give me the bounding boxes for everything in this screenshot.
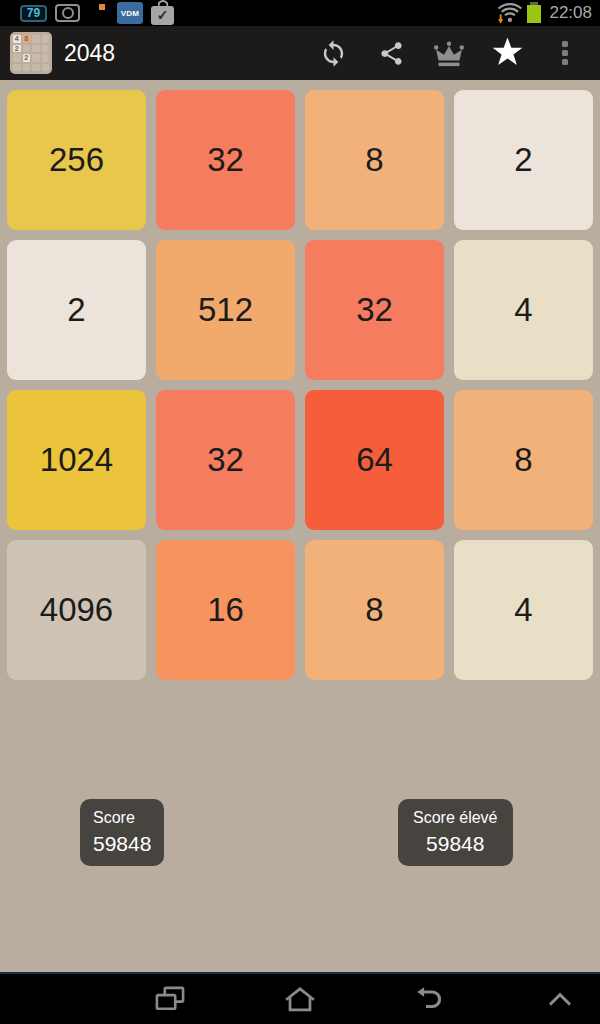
mini-cell-empty (32, 35, 40, 43)
mini-cell-empty (42, 64, 50, 72)
overflow-menu-button[interactable] (536, 26, 594, 80)
tile-16: 16 (156, 540, 295, 680)
crown-icon (431, 37, 467, 69)
back-icon (414, 984, 446, 1014)
status-system-icons: 22:08 (496, 1, 592, 25)
app-icon-grid[interactable]: 4822 (10, 32, 52, 74)
tile-4: 4 (454, 540, 593, 680)
mini-tile-8: 8 (23, 35, 31, 43)
collapse-button[interactable] (530, 975, 590, 1023)
share-button[interactable] (362, 26, 420, 80)
action-bar-buttons (304, 26, 594, 80)
tile-1024: 1024 (7, 390, 146, 530)
status-clock: 22:08 (549, 3, 592, 23)
mini-cell-empty (23, 45, 31, 53)
restart-sync-icon (319, 39, 348, 68)
status-notification-icons: 79 VDM (20, 2, 174, 25)
restart-button[interactable] (304, 26, 362, 80)
tile-64: 64 (305, 390, 444, 530)
tile-2: 2 (454, 90, 593, 230)
mini-cell-empty (42, 45, 50, 53)
app-bar: 4822 2048 (0, 26, 600, 80)
nav-bar (0, 972, 600, 1024)
mini-tile-2: 2 (13, 45, 21, 53)
status-bar[interactable]: 79 VDM 22:08 (0, 0, 600, 26)
leaderboard-button[interactable] (420, 26, 478, 80)
mini-cell-empty (13, 64, 21, 72)
tile-512: 512 (156, 240, 295, 380)
tile-32: 32 (156, 90, 295, 230)
score-value: 59848 (93, 831, 151, 857)
mini-cell-empty (32, 64, 40, 72)
star-icon (490, 36, 525, 70)
mini-cell-empty (32, 45, 40, 53)
tile-4: 4 (454, 240, 593, 380)
battery-icon (527, 5, 541, 23)
screen: 79 VDM 22:08 4822 2048 (0, 0, 600, 1024)
mini-tile-2: 2 (23, 54, 31, 62)
best-score-badge: Score élevé 59848 (398, 799, 513, 866)
app-title: 2048 (64, 40, 115, 67)
tile-8: 8 (454, 390, 593, 530)
tile-2: 2 (7, 240, 146, 380)
home-icon (283, 984, 317, 1014)
back-button[interactable] (400, 975, 460, 1023)
overflow-menu-icon (562, 41, 568, 65)
share-icon (378, 40, 405, 67)
best-score-label: Score élevé (413, 808, 498, 828)
board-grid[interactable]: 2563282251232410243264840961684 (7, 90, 593, 680)
score-badge: Score 59848 (80, 799, 164, 866)
mini-cell-empty (23, 64, 31, 72)
mini-cell-empty (13, 54, 21, 62)
best-score-value: 59848 (413, 831, 498, 857)
tile-4096: 4096 (7, 540, 146, 680)
tile-256: 256 (7, 90, 146, 230)
battery-percent-badge-icon: 79 (20, 5, 47, 22)
mini-tile-4: 4 (13, 35, 21, 43)
updates-bag-icon (151, 6, 174, 25)
score-label: Score (93, 808, 151, 828)
chevron-up-icon (545, 986, 575, 1012)
wifi-icon (496, 1, 522, 25)
mini-cell-empty (42, 35, 50, 43)
mini-cell-empty (32, 54, 40, 62)
tile-32: 32 (156, 390, 295, 530)
vdm-app-icon: VDM (117, 2, 143, 24)
recents-button[interactable] (140, 975, 200, 1023)
mini-cell-empty (42, 54, 50, 62)
tile-8: 8 (305, 90, 444, 230)
tile-8: 8 (305, 540, 444, 680)
game-2048-notification-icon (88, 2, 109, 24)
favorite-button[interactable] (478, 26, 536, 80)
tile-32: 32 (305, 240, 444, 380)
home-button[interactable] (270, 975, 330, 1023)
recents-icon (153, 984, 187, 1014)
camera-notification-icon (55, 4, 80, 22)
